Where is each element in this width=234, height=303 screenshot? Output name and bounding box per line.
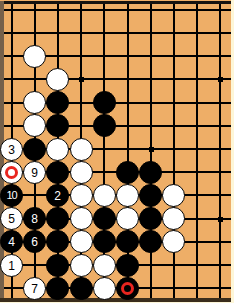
- grid-line-vertical: [173, 2, 175, 299]
- grid-line-horizontal: [2, 32, 231, 34]
- black-stone: [70, 277, 93, 300]
- white-stone: [23, 91, 46, 114]
- star-point: [149, 147, 154, 152]
- white-stone: [70, 161, 93, 184]
- white-stone: 5: [0, 207, 23, 230]
- black-stone: 8: [23, 207, 46, 230]
- grid-line-horizontal: [2, 78, 231, 80]
- move-number: 1: [8, 260, 15, 272]
- grid-line-horizontal: [2, 9, 231, 11]
- black-stone: [46, 230, 69, 253]
- black-stone: 6: [23, 230, 46, 253]
- white-stone: [23, 45, 46, 68]
- move-number: 3: [8, 144, 15, 156]
- black-stone: [93, 114, 116, 137]
- black-stone: [46, 91, 69, 114]
- red-circle-marker: [121, 282, 134, 295]
- white-stone: 7: [23, 277, 46, 300]
- white-stone: [162, 184, 185, 207]
- white-stone: [162, 207, 185, 230]
- black-stone: [116, 254, 139, 277]
- black-stone: [93, 91, 116, 114]
- grid-line-vertical: [219, 2, 221, 299]
- move-number: 7: [31, 283, 38, 295]
- white-stone: [93, 277, 116, 300]
- black-stone: [139, 207, 162, 230]
- black-stone: [46, 161, 69, 184]
- move-number: 9: [31, 167, 38, 179]
- white-stone: [23, 114, 46, 137]
- move-number: 10: [6, 190, 16, 201]
- white-stone: [70, 184, 93, 207]
- go-board: 39102584617: [0, 0, 231, 302]
- white-stone: [116, 207, 139, 230]
- star-point: [79, 77, 84, 82]
- white-stone: [46, 138, 69, 161]
- white-stone: [93, 254, 116, 277]
- black-stone: [46, 254, 69, 277]
- black-stone: [139, 184, 162, 207]
- move-number: 2: [54, 190, 61, 202]
- go-diagram: 39102584617: [0, 0, 234, 303]
- board-edge-top: [0, 1, 231, 4]
- star-point: [218, 77, 223, 82]
- black-stone: [116, 230, 139, 253]
- white-stone: 1: [0, 254, 23, 277]
- white-stone: [0, 161, 23, 184]
- black-stone: 2: [46, 184, 69, 207]
- move-number: 6: [31, 236, 38, 248]
- white-stone: [162, 230, 185, 253]
- move-number: 4: [8, 236, 15, 248]
- grid-line-vertical: [196, 2, 198, 299]
- white-stone: [70, 230, 93, 253]
- move-number: 5: [8, 213, 15, 225]
- white-stone: 3: [0, 138, 23, 161]
- black-stone: [139, 161, 162, 184]
- red-circle-marker: [5, 166, 18, 179]
- black-stone: [116, 161, 139, 184]
- black-stone: [46, 207, 69, 230]
- white-stone: [93, 184, 116, 207]
- black-stone: [93, 230, 116, 253]
- move-number: 8: [31, 213, 38, 225]
- black-stone: [46, 114, 69, 137]
- white-stone: [116, 184, 139, 207]
- white-stone: [70, 207, 93, 230]
- black-stone: [46, 277, 69, 300]
- white-stone: [70, 138, 93, 161]
- black-stone: [116, 277, 139, 300]
- black-stone: [93, 207, 116, 230]
- white-stone: [70, 254, 93, 277]
- white-stone: [46, 68, 69, 91]
- black-stone: [139, 230, 162, 253]
- black-stone: 10: [0, 184, 23, 207]
- black-stone: 4: [0, 230, 23, 253]
- black-stone: [23, 138, 46, 161]
- star-point: [218, 217, 223, 222]
- white-stone: 9: [23, 161, 46, 184]
